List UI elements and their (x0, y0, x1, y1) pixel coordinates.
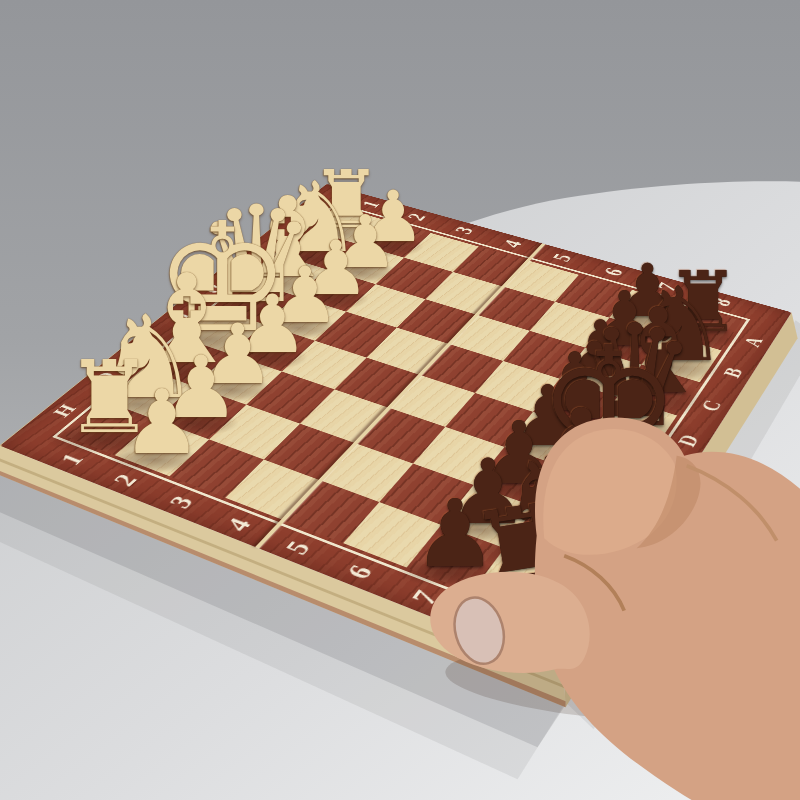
rank-label-near-6: 6 (324, 544, 396, 602)
file-label-right-H: H (538, 580, 624, 632)
rank-label-near-7: 7 (388, 568, 460, 628)
rank-label-near-3: 3 (144, 477, 216, 529)
file-label-right-G: G (569, 536, 652, 584)
corner-marker-far-right (790, 312, 792, 313)
hand-shadow (445, 647, 751, 720)
file-label-right-A: A (719, 326, 788, 359)
board-clasp (672, 495, 702, 530)
rank-label-near-2: 2 (89, 456, 161, 506)
rank-label-near-4: 4 (202, 498, 274, 552)
file-label-right-C: C (676, 387, 749, 424)
file-label-right-B: B (698, 356, 769, 391)
corner-marker-near-left (0, 445, 2, 447)
file-label-right-D: D (651, 421, 726, 461)
scene: AA11BB22CC33DD44EE55FF66GG77HH88 ♜♟♞♟♝♟♛… (0, 0, 800, 800)
chess-board: AA11BB22CC33DD44EE55FF66GG77HH88 (0, 184, 791, 669)
rank-label-near-8: 8 (455, 593, 527, 656)
file-label-right-F: F (599, 495, 679, 540)
file-label-right-E: E (626, 457, 704, 499)
rank-label-near-1: 1 (36, 436, 108, 484)
corner-marker-far-left (326, 183, 328, 184)
corner-marker-near-right (562, 668, 565, 671)
